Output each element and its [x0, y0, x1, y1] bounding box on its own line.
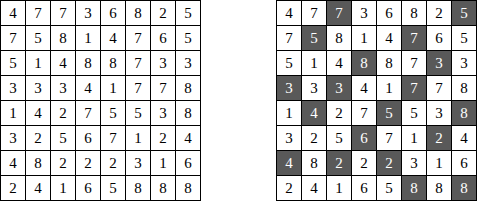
solution-cell-r1c5: 6 — [377, 1, 402, 26]
puzzle-cell-r3c7: 3 — [151, 51, 176, 76]
puzzle-cell-r2c8: 5 — [176, 26, 201, 51]
puzzle-cell-r1c2: 7 — [26, 1, 51, 26]
puzzle-cell-r2c1: 7 — [1, 26, 26, 51]
puzzle-cell-r2c4: 1 — [76, 26, 101, 51]
puzzle-cell-r6c2: 2 — [26, 126, 51, 151]
puzzle-cell-r7c5: 2 — [101, 151, 126, 176]
solution-cell-r5c6: 5 — [402, 101, 427, 126]
solution-cell-r7c1: 4 — [277, 151, 302, 176]
puzzle-cell-r3c2: 1 — [26, 51, 51, 76]
puzzle-cell-r7c1: 4 — [1, 151, 26, 176]
puzzle-cell-r4c7: 7 — [151, 76, 176, 101]
solution-cell-r1c1: 4 — [277, 1, 302, 26]
puzzle-cell-r3c6: 7 — [126, 51, 151, 76]
puzzle-cell-r6c5: 7 — [101, 126, 126, 151]
puzzle-cell-r4c5: 1 — [101, 76, 126, 101]
solution-cell-r7c3: 2 — [327, 151, 352, 176]
puzzle-cell-r1c6: 8 — [126, 1, 151, 26]
solution-cell-r1c3: 7 — [327, 1, 352, 26]
solution-cell-r3c8: 3 — [452, 51, 477, 76]
solution-cell-r5c1: 1 — [277, 101, 302, 126]
solution-cell-r6c3: 5 — [327, 126, 352, 151]
puzzle-cell-r6c4: 6 — [76, 126, 101, 151]
puzzle-cell-r5c1: 1 — [1, 101, 26, 126]
solution-cell-r7c7: 1 — [427, 151, 452, 176]
puzzle-cell-r1c8: 5 — [176, 1, 201, 26]
puzzle-board: 4773682575814765514887333334177814275538… — [0, 0, 201, 201]
puzzle-cell-r5c3: 2 — [51, 101, 76, 126]
puzzle-cell-r1c3: 7 — [51, 1, 76, 26]
puzzle-cell-r2c7: 6 — [151, 26, 176, 51]
solution-cell-r1c8: 5 — [452, 1, 477, 26]
solution-cell-r4c2: 3 — [302, 76, 327, 101]
solution-cell-r8c1: 2 — [277, 176, 302, 201]
puzzle-cell-r1c5: 6 — [101, 1, 126, 26]
solution-cell-r6c8: 4 — [452, 126, 477, 151]
puzzle-cell-r7c4: 2 — [76, 151, 101, 176]
solution-cell-r7c5: 2 — [377, 151, 402, 176]
solution-cell-r2c8: 5 — [452, 26, 477, 51]
puzzle-cell-r6c6: 1 — [126, 126, 151, 151]
solution-cell-r4c5: 1 — [377, 76, 402, 101]
puzzle-cell-r2c2: 5 — [26, 26, 51, 51]
solution-cell-r8c2: 4 — [302, 176, 327, 201]
solution-cell-r5c3: 2 — [327, 101, 352, 126]
puzzle-cell-r6c7: 2 — [151, 126, 176, 151]
solution-cell-r8c8: 8 — [452, 176, 477, 201]
solution-cell-r4c6: 7 — [402, 76, 427, 101]
solution-cell-r3c6: 7 — [402, 51, 427, 76]
solution-cell-r4c3: 3 — [327, 76, 352, 101]
solution-cell-r5c2: 4 — [302, 101, 327, 126]
solution-cell-r2c5: 4 — [377, 26, 402, 51]
puzzle-cell-r6c3: 5 — [51, 126, 76, 151]
puzzle-cell-r5c7: 3 — [151, 101, 176, 126]
solution-cell-r3c7: 3 — [427, 51, 452, 76]
puzzle-cell-r6c1: 3 — [1, 126, 26, 151]
puzzle-cell-r7c7: 1 — [151, 151, 176, 176]
puzzle-cell-r4c4: 4 — [76, 76, 101, 101]
puzzle-cell-r1c4: 3 — [76, 1, 101, 26]
puzzle-cell-r1c7: 2 — [151, 1, 176, 26]
solution-cell-r7c2: 8 — [302, 151, 327, 176]
solution-cell-r4c1: 3 — [277, 76, 302, 101]
solution-cell-r5c5: 5 — [377, 101, 402, 126]
puzzle-cell-r3c8: 3 — [176, 51, 201, 76]
puzzle-cell-r8c8: 8 — [176, 176, 201, 201]
puzzle-cell-r5c2: 4 — [26, 101, 51, 126]
solution-cell-r2c7: 6 — [427, 26, 452, 51]
solution-cell-r3c5: 8 — [377, 51, 402, 76]
solution-cell-r6c7: 2 — [427, 126, 452, 151]
solution-cell-r7c4: 2 — [352, 151, 377, 176]
solution-cell-r7c6: 3 — [402, 151, 427, 176]
puzzle-cell-r2c5: 4 — [101, 26, 126, 51]
puzzle-cell-r7c8: 6 — [176, 151, 201, 176]
puzzle-cell-r3c3: 4 — [51, 51, 76, 76]
puzzle-cell-r2c3: 8 — [51, 26, 76, 51]
puzzle-cell-r8c4: 6 — [76, 176, 101, 201]
puzzle-cell-r5c5: 5 — [101, 101, 126, 126]
solution-cell-r8c7: 8 — [427, 176, 452, 201]
solution-cell-r6c5: 7 — [377, 126, 402, 151]
puzzle-cell-r8c1: 2 — [1, 176, 26, 201]
solution-cell-r3c4: 8 — [352, 51, 377, 76]
puzzle-cell-r8c7: 8 — [151, 176, 176, 201]
puzzle-cell-r3c4: 8 — [76, 51, 101, 76]
solution-cell-r5c8: 8 — [452, 101, 477, 126]
solution-cell-r2c3: 8 — [327, 26, 352, 51]
puzzle-cell-r7c6: 3 — [126, 151, 151, 176]
solution-cell-r4c4: 4 — [352, 76, 377, 101]
solution-cell-r7c8: 6 — [452, 151, 477, 176]
solution-cell-r4c8: 8 — [452, 76, 477, 101]
solution-cell-r8c3: 1 — [327, 176, 352, 201]
puzzle-cell-r5c4: 7 — [76, 101, 101, 126]
puzzle-cell-r3c5: 8 — [101, 51, 126, 76]
solution-cell-r2c6: 7 — [402, 26, 427, 51]
solution-cell-r8c5: 5 — [377, 176, 402, 201]
solution-cell-r1c7: 2 — [427, 1, 452, 26]
puzzle-cell-r8c3: 1 — [51, 176, 76, 201]
solution-cell-r1c4: 3 — [352, 1, 377, 26]
puzzle-cell-r4c3: 3 — [51, 76, 76, 101]
puzzle-cell-r2c6: 7 — [126, 26, 151, 51]
puzzle-cell-r8c5: 5 — [101, 176, 126, 201]
solution-cell-r1c6: 8 — [402, 1, 427, 26]
solution-cell-r2c2: 5 — [302, 26, 327, 51]
solution-cell-r1c2: 7 — [302, 1, 327, 26]
solution-cell-r3c3: 4 — [327, 51, 352, 76]
solution-cell-r6c1: 3 — [277, 126, 302, 151]
solution-cell-r5c4: 7 — [352, 101, 377, 126]
puzzle-cell-r3c1: 5 — [1, 51, 26, 76]
solution-cell-r8c4: 6 — [352, 176, 377, 201]
solution-cell-r2c4: 1 — [352, 26, 377, 51]
solution-cell-r4c7: 7 — [427, 76, 452, 101]
puzzle-cell-r8c6: 8 — [126, 176, 151, 201]
solution-cell-r3c2: 1 — [302, 51, 327, 76]
hitori-diagram: 4773682575814765514887333334177814275538… — [0, 0, 477, 201]
solution-cell-r6c2: 2 — [302, 126, 327, 151]
solution-cell-r3c1: 5 — [277, 51, 302, 76]
puzzle-cell-r4c8: 8 — [176, 76, 201, 101]
solution-board: 4773682575814765514887333334177814275538… — [276, 0, 477, 201]
puzzle-cell-r7c3: 2 — [51, 151, 76, 176]
solution-cell-r6c4: 6 — [352, 126, 377, 151]
solution-cell-r8c6: 8 — [402, 176, 427, 201]
puzzle-cell-r4c6: 7 — [126, 76, 151, 101]
puzzle-cell-r5c8: 8 — [176, 101, 201, 126]
puzzle-cell-r5c6: 5 — [126, 101, 151, 126]
puzzle-cell-r7c2: 8 — [26, 151, 51, 176]
puzzle-cell-r1c1: 4 — [1, 1, 26, 26]
solution-cell-r6c6: 1 — [402, 126, 427, 151]
puzzle-cell-r4c2: 3 — [26, 76, 51, 101]
puzzle-cell-r4c1: 3 — [1, 76, 26, 101]
puzzle-cell-r8c2: 4 — [26, 176, 51, 201]
solution-cell-r2c1: 7 — [277, 26, 302, 51]
solution-cell-r5c7: 3 — [427, 101, 452, 126]
puzzle-cell-r6c8: 4 — [176, 126, 201, 151]
